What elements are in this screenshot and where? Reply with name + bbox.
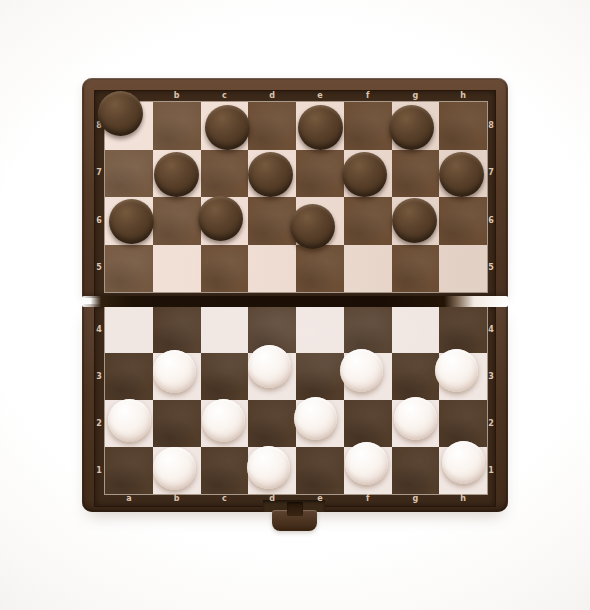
piece-dark-b7[interactable] <box>154 152 199 197</box>
square-b2[interactable] <box>153 400 201 447</box>
rank-label-left-7: 7 <box>96 169 102 177</box>
piece-white-f1[interactable] <box>345 442 388 485</box>
file-label-bottom-h: h <box>460 495 466 503</box>
piece-dark-g8[interactable] <box>389 105 434 150</box>
piece-dark-h7[interactable] <box>439 152 484 197</box>
square-b4[interactable] <box>153 306 201 353</box>
square-e1[interactable] <box>296 447 344 494</box>
square-h5[interactable] <box>439 245 487 293</box>
rank-label-left-5: 5 <box>96 264 102 272</box>
rank-label-right-2: 2 <box>488 420 494 428</box>
piece-dark-g6[interactable] <box>392 198 437 243</box>
hinge-seam <box>82 296 508 307</box>
rank-label-right-1: 1 <box>488 467 494 475</box>
square-e3[interactable] <box>296 353 344 400</box>
file-label-top-e: e <box>317 92 322 100</box>
file-label-bottom-d: d <box>269 495 275 503</box>
file-label-top-b: b <box>174 92 180 100</box>
file-label-bottom-c: c <box>222 495 227 503</box>
square-a3[interactable] <box>105 353 153 400</box>
piece-dark-c6[interactable] <box>198 196 243 241</box>
piece-white-f3[interactable] <box>340 349 383 392</box>
square-a7[interactable] <box>105 150 153 198</box>
square-d2[interactable] <box>248 400 296 447</box>
square-b5[interactable] <box>153 245 201 293</box>
latch-slot <box>287 502 303 516</box>
square-a5[interactable] <box>105 245 153 293</box>
square-c1[interactable] <box>201 447 249 494</box>
square-f8[interactable] <box>344 102 392 150</box>
square-c5[interactable] <box>201 245 249 293</box>
square-e4[interactable] <box>296 306 344 353</box>
square-e5[interactable] <box>296 245 344 293</box>
rank-label-left-6: 6 <box>96 217 102 225</box>
square-h8[interactable] <box>439 102 487 150</box>
square-c4[interactable] <box>201 306 249 353</box>
square-f4[interactable] <box>344 306 392 353</box>
square-d6[interactable] <box>248 197 296 245</box>
file-label-top-d: d <box>269 92 275 100</box>
square-d8[interactable] <box>248 102 296 150</box>
square-c7[interactable] <box>201 150 249 198</box>
file-label-bottom-e: e <box>317 495 322 503</box>
rank-label-left-4: 4 <box>96 326 102 334</box>
square-g3[interactable] <box>392 353 440 400</box>
rank-label-left-1: 1 <box>96 467 102 475</box>
square-g7[interactable] <box>392 150 440 198</box>
piece-white-h3[interactable] <box>435 349 478 392</box>
piece-white-d1[interactable] <box>247 446 290 489</box>
piece-white-g2[interactable] <box>394 397 437 440</box>
square-c3[interactable] <box>201 353 249 400</box>
square-b8[interactable] <box>153 102 201 150</box>
square-f6[interactable] <box>344 197 392 245</box>
rank-label-right-8: 8 <box>488 122 494 130</box>
square-a4[interactable] <box>105 306 153 353</box>
piece-dark-d7[interactable] <box>248 152 293 197</box>
rank-label-left-2: 2 <box>96 420 102 428</box>
square-b6[interactable] <box>153 197 201 245</box>
file-label-top-h: h <box>460 92 466 100</box>
rank-label-right-5: 5 <box>488 264 494 272</box>
square-a1[interactable] <box>105 447 153 494</box>
piece-white-h1[interactable] <box>442 441 485 484</box>
square-g1[interactable] <box>392 447 440 494</box>
file-label-bottom-b: b <box>174 495 180 503</box>
piece-dark-c8[interactable] <box>205 105 250 150</box>
square-f2[interactable] <box>344 400 392 447</box>
piece-white-d3[interactable] <box>248 345 291 388</box>
piece-white-b3[interactable] <box>153 350 196 393</box>
square-e7[interactable] <box>296 150 344 198</box>
photo-background: aabbccddeeffgghh8877665544332211 <box>0 0 590 610</box>
piece-white-c2[interactable] <box>202 399 245 442</box>
file-label-bottom-g: g <box>413 495 419 503</box>
rank-label-right-4: 4 <box>488 326 494 334</box>
square-g5[interactable] <box>392 245 440 293</box>
piece-white-b1[interactable] <box>153 447 196 490</box>
square-h2[interactable] <box>439 400 487 447</box>
square-g4[interactable] <box>392 306 440 353</box>
file-label-bottom-a: a <box>126 495 131 503</box>
square-h4[interactable] <box>439 306 487 353</box>
rank-label-left-3: 3 <box>96 373 102 381</box>
file-label-top-c: c <box>222 92 227 100</box>
file-label-top-f: f <box>366 92 369 100</box>
square-f5[interactable] <box>344 245 392 293</box>
rank-label-right-3: 3 <box>488 373 494 381</box>
square-d5[interactable] <box>248 245 296 293</box>
file-label-bottom-f: f <box>366 495 369 503</box>
square-h6[interactable] <box>439 197 487 245</box>
file-label-top-g: g <box>413 92 419 100</box>
rank-label-right-6: 6 <box>488 217 494 225</box>
rank-label-right-7: 7 <box>488 169 494 177</box>
piece-dark-f7[interactable] <box>342 152 387 197</box>
